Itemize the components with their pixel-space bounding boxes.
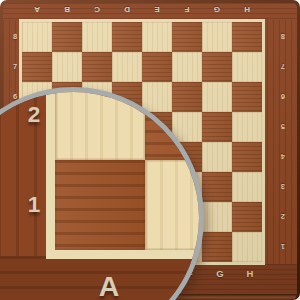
coord-top-a: A bbox=[34, 5, 40, 13]
square-g6 bbox=[202, 82, 232, 112]
square-h4 bbox=[232, 142, 262, 172]
square-a8 bbox=[22, 22, 52, 52]
square-h3 bbox=[232, 172, 262, 202]
square-h7 bbox=[232, 52, 262, 82]
square-h2 bbox=[232, 202, 262, 232]
square-g4 bbox=[202, 142, 232, 172]
square-h5 bbox=[232, 112, 262, 142]
square-c8 bbox=[82, 22, 112, 52]
coord-top-d: D bbox=[124, 5, 130, 13]
square-h6 bbox=[232, 82, 262, 112]
coord-right-1: 1 bbox=[281, 242, 285, 250]
chessboard-photo: AA88BB77CC66DD55EE44FF33GG22HH11 AA88BB7… bbox=[0, 0, 300, 300]
square-g2 bbox=[202, 202, 232, 232]
board-border-top bbox=[3, 3, 297, 20]
coord-right-5: 5 bbox=[281, 122, 285, 130]
square-g8 bbox=[202, 22, 232, 52]
square-b7 bbox=[52, 52, 82, 82]
square-f7 bbox=[172, 52, 202, 82]
square-g1 bbox=[202, 232, 232, 262]
square-c7 bbox=[82, 52, 112, 82]
coord-left-7: 7 bbox=[13, 63, 17, 71]
square-f8 bbox=[172, 22, 202, 52]
square-b8 bbox=[52, 22, 82, 52]
coord-right-4: 4 bbox=[281, 152, 285, 160]
coord-top-e: E bbox=[154, 5, 159, 13]
square-a1 bbox=[55, 160, 145, 250]
square-h8 bbox=[232, 22, 262, 52]
square-g5 bbox=[202, 112, 232, 142]
coord-left-1: 1 bbox=[28, 194, 41, 217]
square-d7 bbox=[112, 52, 142, 82]
coord-top-c: C bbox=[94, 5, 100, 13]
coord-right-6: 6 bbox=[281, 92, 285, 100]
coord-left-2: 2 bbox=[28, 104, 41, 127]
square-f6 bbox=[172, 82, 202, 112]
square-b1 bbox=[145, 160, 204, 250]
square-e7 bbox=[142, 52, 172, 82]
square-h1 bbox=[232, 232, 262, 262]
coord-bottom-h: H bbox=[247, 269, 254, 279]
coord-right-8: 8 bbox=[281, 32, 285, 40]
square-d8 bbox=[112, 22, 142, 52]
coord-right-3: 3 bbox=[281, 182, 285, 190]
square-a7 bbox=[22, 52, 52, 82]
square-g3 bbox=[202, 172, 232, 202]
coord-top-f: F bbox=[185, 5, 190, 13]
coord-top-b: B bbox=[64, 5, 70, 13]
coord-bottom-g: G bbox=[216, 269, 223, 279]
coord-left-8: 8 bbox=[13, 33, 17, 41]
coord-right-7: 7 bbox=[281, 62, 285, 70]
square-e6 bbox=[142, 82, 172, 112]
coord-right-2: 2 bbox=[281, 212, 285, 220]
coord-top-h: H bbox=[244, 5, 250, 13]
coord-bottom-a: A bbox=[99, 272, 120, 300]
coord-top-g: G bbox=[214, 5, 220, 13]
square-g7 bbox=[202, 52, 232, 82]
square-e8 bbox=[142, 22, 172, 52]
